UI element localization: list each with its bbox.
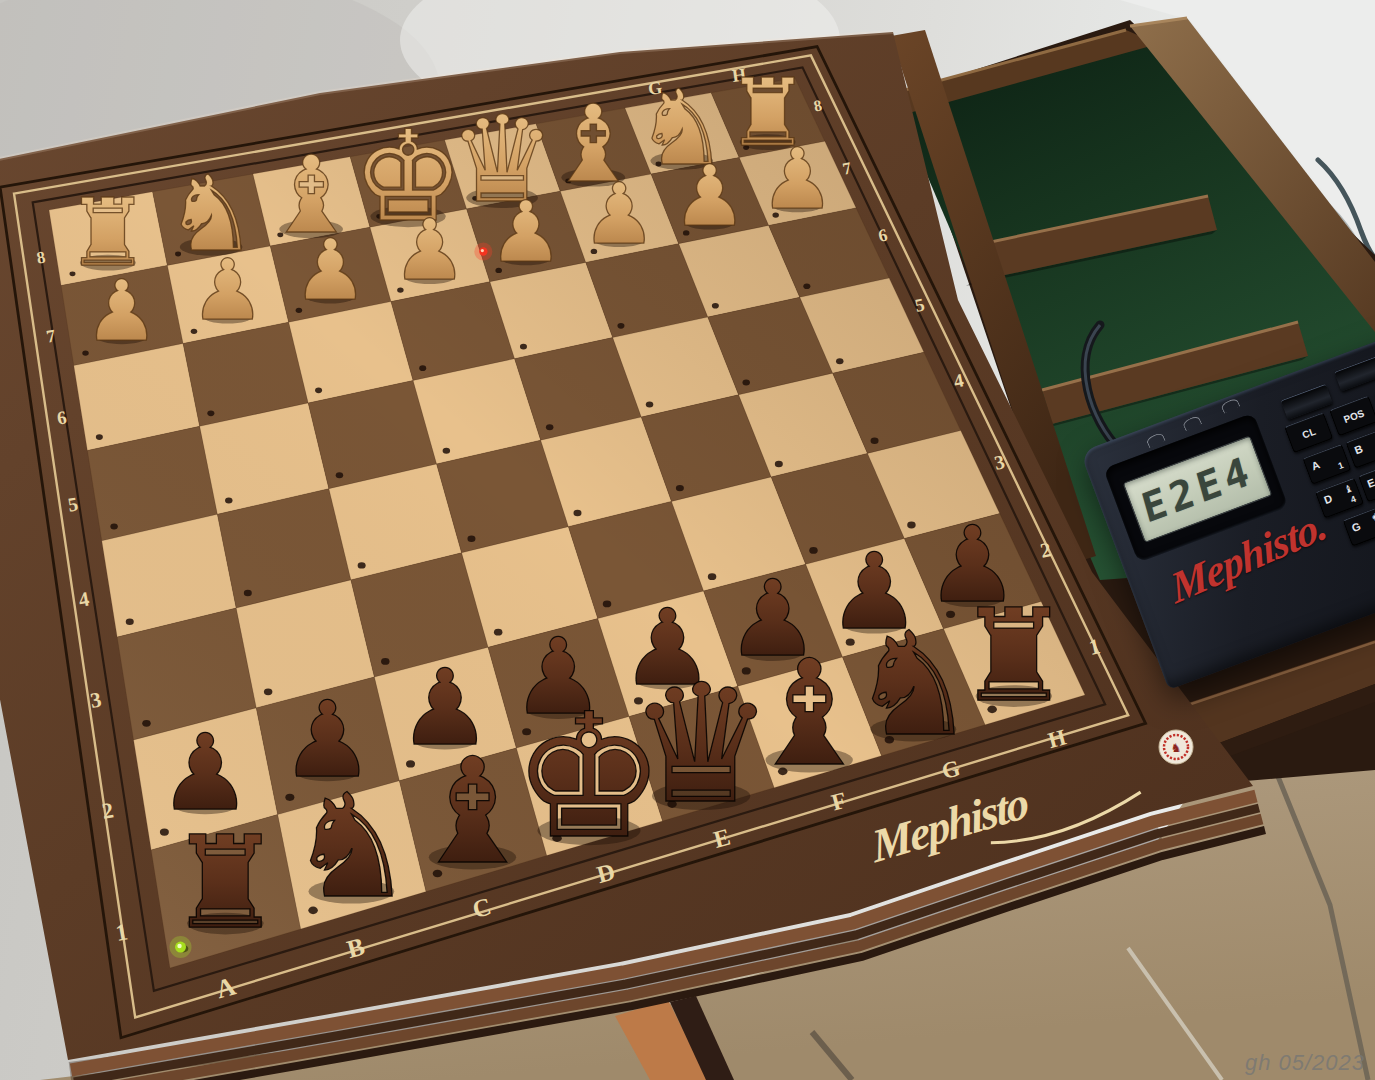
led-hole-d3 (494, 629, 503, 636)
led-hole-g5 (742, 380, 750, 386)
display-legend-mark (1220, 397, 1241, 414)
piece-black-knight-b1[interactable]: ♞ (287, 763, 415, 930)
rocker-key-right[interactable] (1334, 355, 1375, 391)
led-hole-c3 (381, 658, 390, 665)
piece-white-pawn-d7[interactable]: ♟ (392, 201, 467, 299)
led-hole-c6 (315, 388, 322, 394)
key-pos[interactable]: POS (1329, 395, 1375, 436)
piece-white-pawn-e7[interactable]: ♟ (488, 183, 563, 281)
led-hole-a6 (96, 434, 103, 440)
led-hole-f3 (708, 573, 717, 580)
lcd-move-text: E2E4 (1137, 447, 1258, 532)
display-legend-mark (1182, 415, 1203, 432)
photo-watermark: gh 05/2023 (1245, 1050, 1365, 1076)
led-hole-f5 (646, 402, 654, 408)
led-hole-b4 (244, 590, 252, 596)
led-hole-g6 (712, 303, 719, 309)
led-hole-e4 (573, 510, 581, 516)
key-b2[interactable]: B♟2 (1345, 428, 1375, 469)
key-g7[interactable]: G♚7 (1343, 506, 1375, 547)
led-hole-e6 (520, 344, 527, 350)
key-d4[interactable]: D♝4 (1315, 478, 1364, 519)
led-hole-a5 (110, 523, 118, 529)
led-hole-h6 (803, 283, 810, 289)
led-hole-d4 (467, 536, 475, 542)
red-led-hotspot (481, 249, 484, 252)
piece-black-rook-h1[interactable]: ♜ (957, 582, 1071, 730)
led-hole-d5 (443, 448, 451, 454)
led-hole-f4 (676, 485, 684, 491)
led-hole-g3 (809, 547, 818, 554)
led-hole-a3 (142, 720, 151, 727)
piece-white-pawn-b7[interactable]: ♟ (190, 241, 265, 339)
piece-white-pawn-a7[interactable]: ♟ (84, 262, 159, 360)
led-hole-e3 (603, 601, 612, 608)
led-hole-h4 (871, 438, 879, 444)
led-hole-c5 (336, 472, 344, 478)
led-hole-b3 (264, 688, 273, 695)
led-hole-h3 (907, 522, 916, 529)
piece-white-pawn-f7[interactable]: ♟ (581, 165, 656, 263)
led-hole-d6 (419, 365, 426, 371)
lcd-display: E2E4 (1123, 435, 1273, 543)
led-hole-c4 (358, 562, 366, 568)
led-hole-f6 (617, 323, 624, 329)
photo-stage: 8765432187654321ABCDEFGHGHMephisto♞♜♞♝♚♛… (0, 0, 1375, 1080)
piece-white-pawn-c7[interactable]: ♟ (293, 221, 368, 319)
seal-crest-icon: ♞ (1171, 741, 1182, 755)
piece-white-pawn-g7[interactable]: ♟ (672, 147, 747, 245)
key-a1[interactable]: A1 (1302, 444, 1351, 485)
led-hole-b5 (225, 497, 233, 503)
rocker-key-left[interactable] (1281, 384, 1333, 420)
piece-black-rook-a1[interactable]: ♜ (168, 809, 282, 957)
led-hole-a4 (126, 619, 134, 625)
led-hole-g4 (775, 461, 783, 467)
led-hole-e5 (546, 424, 554, 430)
led-hole-b6 (207, 411, 214, 417)
piece-white-pawn-h7[interactable]: ♟ (760, 130, 835, 228)
led-hole-h5 (836, 358, 844, 364)
